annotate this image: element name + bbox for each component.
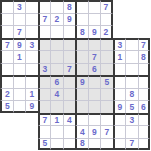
given-digit-r2c4[interactable]: 7 (38, 13, 51, 26)
cell-r5c5[interactable] (50, 50, 63, 63)
cell-r11c12[interactable] (138, 125, 151, 138)
given-digit-r9c12[interactable]: 6 (138, 100, 151, 113)
cell-r1c10 (113, 0, 126, 13)
cell-r11c11[interactable] (125, 125, 138, 138)
cell-r9c8[interactable] (88, 100, 101, 113)
given-digit-r10c5[interactable]: 1 (50, 113, 63, 126)
cell-r4c7[interactable] (75, 38, 88, 51)
cell-r2c8[interactable] (88, 13, 101, 26)
cell-r11c1 (0, 125, 13, 138)
cell-r3c4[interactable] (38, 25, 51, 38)
cell-r12c10[interactable] (113, 138, 126, 151)
cell-r3c5[interactable] (50, 25, 63, 38)
cell-r5c6[interactable] (63, 50, 76, 63)
cell-r11c4[interactable] (38, 125, 51, 138)
cell-r1c1[interactable] (0, 0, 13, 13)
cell-r1c7[interactable] (75, 0, 88, 13)
cell-r3c12 (138, 25, 151, 38)
cell-r6c5[interactable] (50, 63, 63, 76)
given-digit-r12c11[interactable]: 7 (125, 138, 138, 151)
cell-r4c8[interactable] (88, 38, 101, 51)
cell-r6c9[interactable] (100, 63, 113, 76)
cell-r5c11[interactable] (125, 50, 138, 63)
given-digit-r10c4[interactable]: 7 (38, 113, 51, 126)
cell-r8c7[interactable] (75, 88, 88, 101)
given-digit-r5c2[interactable]: 1 (13, 50, 26, 63)
given-digit-r6c4[interactable]: 3 (38, 63, 51, 76)
cell-r7c11[interactable] (125, 75, 138, 88)
cell-r9c5[interactable] (50, 100, 63, 113)
cell-r8c6[interactable] (63, 88, 76, 101)
cell-r2c10 (113, 13, 126, 26)
cell-r12c8[interactable] (88, 138, 101, 151)
sudoku-board: 3877297892793371718376695214859956714349… (0, 0, 150, 150)
cell-r6c1[interactable] (0, 63, 13, 76)
cell-r1c12 (138, 0, 151, 13)
cell-r2c3[interactable] (25, 13, 38, 26)
cell-r10c3 (25, 113, 38, 126)
cell-r4c4[interactable] (38, 38, 51, 51)
puzzle-page: 3877297892793371718376695214859956714349… (0, 0, 150, 150)
given-digit-r1c6[interactable]: 8 (63, 0, 76, 13)
cell-r12c1 (0, 138, 13, 151)
cell-r12c6[interactable] (63, 138, 76, 151)
given-digit-r10c6[interactable]: 4 (63, 113, 76, 126)
cell-r10c1 (0, 113, 13, 126)
cell-r4c6[interactable] (63, 38, 76, 51)
given-digit-r5c10[interactable]: 1 (113, 50, 126, 63)
given-digit-r12c7[interactable]: 8 (75, 138, 88, 151)
given-digit-r3c7[interactable]: 8 (75, 25, 88, 38)
cell-r1c5[interactable] (50, 0, 63, 13)
cell-r9c4[interactable] (38, 100, 51, 113)
given-digit-r1c9[interactable]: 7 (100, 0, 113, 13)
cell-r2c12 (138, 13, 151, 26)
cell-r12c5[interactable] (50, 138, 63, 151)
cell-r10c12[interactable] (138, 113, 151, 126)
cell-r6c10[interactable] (113, 63, 126, 76)
given-digit-r4c3[interactable]: 3 (25, 38, 38, 51)
given-digit-r2c5[interactable]: 2 (50, 13, 63, 26)
cell-r10c8[interactable] (88, 113, 101, 126)
given-digit-r4c10[interactable]: 3 (113, 38, 126, 51)
given-digit-r4c1[interactable]: 7 (0, 38, 13, 51)
cell-r3c1[interactable] (0, 25, 13, 38)
cell-r5c3[interactable] (25, 50, 38, 63)
cell-r7c3[interactable] (25, 75, 38, 88)
given-digit-r3c2[interactable]: 7 (13, 25, 26, 38)
cell-r8c2[interactable] (13, 88, 26, 101)
cell-r8c12[interactable] (138, 88, 151, 101)
cell-r6c11[interactable] (125, 63, 138, 76)
cell-r5c1[interactable] (0, 50, 13, 63)
cell-r9c2[interactable] (13, 100, 26, 113)
cell-r4c11[interactable] (125, 38, 138, 51)
cell-r6c7[interactable] (75, 63, 88, 76)
cell-r9c7[interactable] (75, 100, 88, 113)
cell-r1c11 (125, 0, 138, 13)
cell-r12c12[interactable] (138, 138, 151, 151)
given-digit-r5c12[interactable]: 8 (138, 50, 151, 63)
cell-r7c10[interactable] (113, 75, 126, 88)
cell-r1c3[interactable] (25, 0, 38, 13)
given-digit-r12c4[interactable]: 5 (38, 138, 51, 151)
given-digit-r8c1[interactable]: 2 (0, 88, 13, 101)
given-digit-r7c5[interactable]: 6 (50, 75, 63, 88)
given-digit-r6c8[interactable]: 6 (88, 63, 101, 76)
cell-r8c8[interactable] (88, 88, 101, 101)
given-digit-r9c3[interactable]: 9 (25, 100, 38, 113)
cell-r2c1[interactable] (0, 13, 13, 26)
cell-r1c4[interactable] (38, 0, 51, 13)
cell-r8c10[interactable] (113, 88, 126, 101)
given-digit-r7c9[interactable]: 5 (100, 75, 113, 88)
cell-r2c11 (125, 13, 138, 26)
cell-r11c5[interactable] (50, 125, 63, 138)
cell-r7c1[interactable] (0, 75, 13, 88)
given-digit-r11c7[interactable]: 4 (75, 125, 88, 138)
cell-r11c3 (25, 125, 38, 138)
cell-r3c11 (125, 25, 138, 38)
given-digit-r10c11[interactable]: 3 (125, 113, 138, 126)
cell-r11c10[interactable] (113, 125, 126, 138)
given-digit-r9c11[interactable]: 5 (125, 100, 138, 113)
cell-r6c3[interactable] (25, 63, 38, 76)
cell-r10c2 (13, 113, 26, 126)
given-digit-r4c2[interactable]: 9 (13, 38, 26, 51)
cell-r10c7[interactable] (75, 113, 88, 126)
cell-r2c2[interactable] (13, 13, 26, 26)
given-digit-r11c8[interactable]: 9 (88, 125, 101, 138)
given-digit-r6c6[interactable]: 7 (63, 63, 76, 76)
cell-r12c2 (13, 138, 26, 151)
cell-r3c10 (113, 25, 126, 38)
cell-r5c9[interactable] (100, 50, 113, 63)
cell-r7c4[interactable] (38, 75, 51, 88)
cell-r8c4[interactable] (38, 88, 51, 101)
given-digit-r3c8[interactable]: 9 (88, 25, 101, 38)
cell-r5c4[interactable] (38, 50, 51, 63)
given-digit-r8c11[interactable]: 8 (125, 88, 138, 101)
cell-r6c2[interactable] (13, 63, 26, 76)
given-digit-r9c1[interactable]: 5 (0, 100, 13, 113)
cell-r7c2[interactable] (13, 75, 26, 88)
cell-r3c6[interactable] (63, 25, 76, 38)
cell-r9c6[interactable] (63, 100, 76, 113)
cell-r4c5[interactable] (50, 38, 63, 51)
given-digit-r9c10[interactable]: 9 (113, 100, 126, 113)
given-digit-r2c6[interactable]: 9 (63, 13, 76, 26)
cell-r11c6[interactable] (63, 125, 76, 138)
cell-r2c9[interactable] (100, 13, 113, 26)
cell-r6c12[interactable] (138, 63, 151, 76)
cell-r9c9[interactable] (100, 100, 113, 113)
cell-r12c9[interactable] (100, 138, 113, 151)
given-digit-r1c2[interactable]: 3 (13, 0, 26, 13)
cell-r10c9[interactable] (100, 113, 113, 126)
given-digit-r4c12[interactable]: 7 (138, 38, 151, 51)
given-digit-r8c5[interactable]: 4 (50, 88, 63, 101)
given-digit-r11c9[interactable]: 7 (100, 125, 113, 138)
cell-r7c8[interactable] (88, 75, 101, 88)
given-digit-r3c9[interactable]: 2 (100, 25, 113, 38)
cell-r1c8[interactable] (88, 0, 101, 13)
given-digit-r5c8[interactable]: 7 (88, 50, 101, 63)
cell-r10c10[interactable] (113, 113, 126, 126)
cell-r12c3 (25, 138, 38, 151)
cell-r11c2 (13, 125, 26, 138)
cell-r7c12[interactable] (138, 75, 151, 88)
given-digit-r8c3[interactable]: 1 (25, 88, 38, 101)
cell-r4c9[interactable] (100, 38, 113, 51)
cell-r7c6[interactable] (63, 75, 76, 88)
given-digit-r7c7[interactable]: 9 (75, 75, 88, 88)
cell-r2c7[interactable] (75, 13, 88, 26)
cell-r3c3[interactable] (25, 25, 38, 38)
cell-r5c7[interactable] (75, 50, 88, 63)
cell-r8c9[interactable] (100, 88, 113, 101)
